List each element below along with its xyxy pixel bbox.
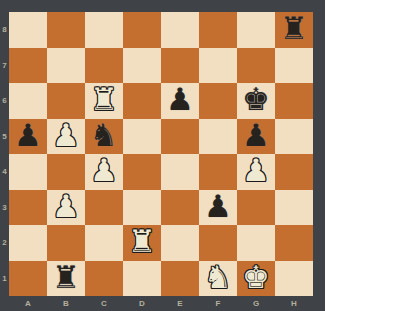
white-knight[interactable]: ♞ [204,262,232,293]
black-rook[interactable]: ♜ [52,262,80,293]
square-c8[interactable] [85,12,123,48]
square-b5[interactable]: ♟ [47,119,85,155]
black-king[interactable]: ♚ [242,84,270,115]
black-rook[interactable]: ♜ [280,13,308,44]
square-f3[interactable]: ♟ [199,190,237,226]
square-b1[interactable]: ♜ [47,261,85,297]
black-pawn[interactable]: ♟ [166,84,194,115]
square-h6[interactable] [275,83,313,119]
black-pawn[interactable]: ♟ [242,120,270,151]
white-pawn[interactable]: ♟ [52,120,80,151]
square-h4[interactable] [275,154,313,190]
square-d1[interactable] [123,261,161,297]
rank-label-5: 5 [0,119,9,155]
square-d7[interactable] [123,48,161,84]
square-h2[interactable] [275,225,313,261]
square-b3[interactable]: ♟ [47,190,85,226]
square-d4[interactable] [123,154,161,190]
square-f4[interactable] [199,154,237,190]
square-a5[interactable]: ♟ [9,119,47,155]
square-h1[interactable] [275,261,313,297]
square-h5[interactable] [275,119,313,155]
square-f1[interactable]: ♞ [199,261,237,297]
square-d2[interactable]: ♜ [123,225,161,261]
square-a7[interactable] [9,48,47,84]
square-d6[interactable] [123,83,161,119]
square-b8[interactable] [47,12,85,48]
square-d5[interactable] [123,119,161,155]
square-f8[interactable] [199,12,237,48]
rank-label-7: 7 [0,48,9,84]
square-c3[interactable] [85,190,123,226]
square-a4[interactable] [9,154,47,190]
rank-label-4: 4 [0,154,9,190]
rank-label-6: 6 [0,83,9,119]
square-a6[interactable] [9,83,47,119]
rank-label-8: 8 [0,12,9,48]
square-e1[interactable] [161,261,199,297]
square-g6[interactable]: ♚ [237,83,275,119]
black-pawn[interactable]: ♟ [204,191,232,222]
square-d3[interactable] [123,190,161,226]
square-e6[interactable]: ♟ [161,83,199,119]
white-rook[interactable]: ♜ [90,84,118,115]
file-label-f: F [199,296,237,311]
rank-label-2: 2 [0,225,9,261]
square-f6[interactable] [199,83,237,119]
white-king[interactable]: ♚ [242,262,270,293]
square-g3[interactable] [237,190,275,226]
rank-labels: 87654321 [0,12,9,296]
square-e8[interactable] [161,12,199,48]
file-label-g: G [237,296,275,311]
square-c5[interactable]: ♞ [85,119,123,155]
square-e7[interactable] [161,48,199,84]
square-h7[interactable] [275,48,313,84]
square-g8[interactable] [237,12,275,48]
square-a3[interactable] [9,190,47,226]
board-frame: 87654321 ♜♜♟♚♟♟♞♟♟♟♟♟♜♜♞♚ ABCDEFGH [0,0,325,311]
white-pawn[interactable]: ♟ [52,191,80,222]
file-label-h: H [275,296,313,311]
file-label-c: C [85,296,123,311]
square-a2[interactable] [9,225,47,261]
file-label-e: E [161,296,199,311]
square-f7[interactable] [199,48,237,84]
square-b6[interactable] [47,83,85,119]
square-h8[interactable]: ♜ [275,12,313,48]
white-pawn[interactable]: ♟ [242,155,270,186]
square-c6[interactable]: ♜ [85,83,123,119]
square-g2[interactable] [237,225,275,261]
file-label-a: A [9,296,47,311]
chess-board: ♜♜♟♚♟♟♞♟♟♟♟♟♜♜♞♚ [9,12,313,296]
file-label-d: D [123,296,161,311]
square-c4[interactable]: ♟ [85,154,123,190]
square-c2[interactable] [85,225,123,261]
square-g7[interactable] [237,48,275,84]
white-pawn[interactable]: ♟ [90,155,118,186]
square-a8[interactable] [9,12,47,48]
square-f5[interactable] [199,119,237,155]
black-knight[interactable]: ♞ [90,120,118,151]
file-labels: ABCDEFGH [9,296,313,311]
square-g1[interactable]: ♚ [237,261,275,297]
square-e2[interactable] [161,225,199,261]
rank-label-3: 3 [0,190,9,226]
square-a1[interactable] [9,261,47,297]
square-h3[interactable] [275,190,313,226]
square-b7[interactable] [47,48,85,84]
square-e3[interactable] [161,190,199,226]
square-c7[interactable] [85,48,123,84]
square-g4[interactable]: ♟ [237,154,275,190]
square-f2[interactable] [199,225,237,261]
square-b4[interactable] [47,154,85,190]
square-g5[interactable]: ♟ [237,119,275,155]
file-label-b: B [47,296,85,311]
black-pawn[interactable]: ♟ [14,120,42,151]
square-c1[interactable] [85,261,123,297]
square-d8[interactable] [123,12,161,48]
white-rook[interactable]: ♜ [128,226,156,257]
rank-label-1: 1 [0,261,9,297]
square-e5[interactable] [161,119,199,155]
square-b2[interactable] [47,225,85,261]
square-e4[interactable] [161,154,199,190]
